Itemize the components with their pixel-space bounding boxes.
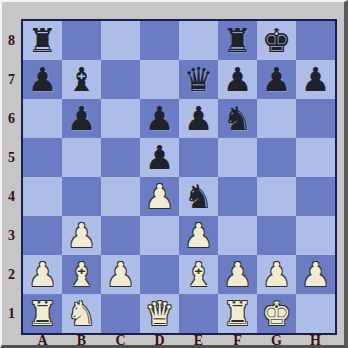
black-knight-e4[interactable]: ♞	[179, 177, 218, 216]
square-f2[interactable]: ♟	[218, 255, 257, 294]
square-h5[interactable]	[296, 138, 335, 177]
square-b3[interactable]: ♟	[62, 216, 101, 255]
square-c3[interactable]	[101, 216, 140, 255]
rank-label-8: 8	[2, 21, 21, 60]
square-g4[interactable]	[257, 177, 296, 216]
white-bishop-b2[interactable]: ♝	[62, 255, 101, 294]
square-f8[interactable]: ♜	[218, 21, 257, 60]
black-pawn-g7[interactable]: ♟	[257, 60, 296, 99]
square-b7[interactable]: ♝	[62, 60, 101, 99]
black-pawn-f7[interactable]: ♟	[218, 60, 257, 99]
white-queen-d1[interactable]: ♛	[140, 294, 179, 333]
black-rook-a8[interactable]: ♜	[23, 21, 62, 60]
square-b6[interactable]: ♟	[62, 99, 101, 138]
square-h4[interactable]	[296, 177, 335, 216]
square-d8[interactable]	[140, 21, 179, 60]
square-a2[interactable]: ♟	[23, 255, 62, 294]
square-a7[interactable]: ♟	[23, 60, 62, 99]
square-e4[interactable]: ♞	[179, 177, 218, 216]
black-pawn-h7[interactable]: ♟	[296, 60, 335, 99]
square-b5[interactable]	[62, 138, 101, 177]
square-g8[interactable]: ♚	[257, 21, 296, 60]
white-pawn-h2[interactable]: ♟	[296, 255, 335, 294]
file-label-a: A	[23, 334, 62, 348]
black-pawn-d6[interactable]: ♟	[140, 99, 179, 138]
square-a4[interactable]	[23, 177, 62, 216]
rank-label-2: 2	[2, 255, 21, 294]
square-f3[interactable]	[218, 216, 257, 255]
square-d1[interactable]: ♛	[140, 294, 179, 333]
chess-diagram-panel: 87654321 ♜♜♚♟♝♛♟♟♟♟♟♟♞♟♟♞♟♟♟♝♟♝♟♟♟♜♞♛♜♚ …	[0, 0, 348, 348]
square-b1[interactable]: ♞	[62, 294, 101, 333]
black-pawn-e6[interactable]: ♟	[179, 99, 218, 138]
file-label-h: H	[296, 334, 335, 348]
white-pawn-c2[interactable]: ♟	[101, 255, 140, 294]
square-h6[interactable]	[296, 99, 335, 138]
square-c5[interactable]	[101, 138, 140, 177]
black-pawn-b6[interactable]: ♟	[62, 99, 101, 138]
square-h7[interactable]: ♟	[296, 60, 335, 99]
square-c7[interactable]	[101, 60, 140, 99]
square-d7[interactable]	[140, 60, 179, 99]
square-h8[interactable]	[296, 21, 335, 60]
square-d6[interactable]: ♟	[140, 99, 179, 138]
rank-label-4: 4	[2, 177, 21, 216]
square-d5[interactable]: ♟	[140, 138, 179, 177]
square-f1[interactable]: ♜	[218, 294, 257, 333]
black-knight-f6[interactable]: ♞	[218, 99, 257, 138]
file-label-f: F	[218, 334, 257, 348]
square-f5[interactable]	[218, 138, 257, 177]
square-e6[interactable]: ♟	[179, 99, 218, 138]
square-b8[interactable]	[62, 21, 101, 60]
square-c4[interactable]	[101, 177, 140, 216]
square-a3[interactable]	[23, 216, 62, 255]
file-label-b: B	[62, 334, 101, 348]
white-pawn-f2[interactable]: ♟	[218, 255, 257, 294]
white-king-g1[interactable]: ♚	[257, 294, 296, 333]
square-a1[interactable]: ♜	[23, 294, 62, 333]
white-pawn-e3[interactable]: ♟	[179, 216, 218, 255]
file-label-e: E	[179, 334, 218, 348]
white-pawn-b3[interactable]: ♟	[62, 216, 101, 255]
black-king-g8[interactable]: ♚	[257, 21, 296, 60]
square-e3[interactable]: ♟	[179, 216, 218, 255]
square-g1[interactable]: ♚	[257, 294, 296, 333]
black-pawn-a7[interactable]: ♟	[23, 60, 62, 99]
rank-label-7: 7	[2, 60, 21, 99]
square-f6[interactable]: ♞	[218, 99, 257, 138]
rank-label-5: 5	[2, 138, 21, 177]
square-e7[interactable]: ♛	[179, 60, 218, 99]
square-g2[interactable]: ♟	[257, 255, 296, 294]
white-rook-a1[interactable]: ♜	[23, 294, 62, 333]
square-e5[interactable]	[179, 138, 218, 177]
rank-label-1: 1	[2, 294, 21, 333]
square-b4[interactable]	[62, 177, 101, 216]
black-pawn-d5[interactable]: ♟	[140, 138, 179, 177]
black-queen-e7[interactable]: ♛	[179, 60, 218, 99]
square-b2[interactable]: ♝	[62, 255, 101, 294]
white-pawn-d4[interactable]: ♟	[140, 177, 179, 216]
black-bishop-b7[interactable]: ♝	[62, 60, 101, 99]
file-label-c: C	[101, 334, 140, 348]
square-h2[interactable]: ♟	[296, 255, 335, 294]
file-labels: ABCDEFGH	[23, 334, 335, 348]
square-a8[interactable]: ♜	[23, 21, 62, 60]
rank-label-3: 3	[2, 216, 21, 255]
rank-labels: 87654321	[2, 21, 21, 333]
square-f7[interactable]: ♟	[218, 60, 257, 99]
square-g5[interactable]	[257, 138, 296, 177]
white-pawn-a2[interactable]: ♟	[23, 255, 62, 294]
square-g6[interactable]	[257, 99, 296, 138]
file-label-d: D	[140, 334, 179, 348]
white-pawn-g2[interactable]: ♟	[257, 255, 296, 294]
file-label-g: G	[257, 334, 296, 348]
square-c1[interactable]	[101, 294, 140, 333]
white-knight-b1[interactable]: ♞	[62, 294, 101, 333]
square-g3[interactable]	[257, 216, 296, 255]
square-e1[interactable]	[179, 294, 218, 333]
square-e8[interactable]	[179, 21, 218, 60]
square-e2[interactable]: ♝	[179, 255, 218, 294]
square-g7[interactable]: ♟	[257, 60, 296, 99]
chess-board[interactable]: ♜♜♚♟♝♛♟♟♟♟♟♟♞♟♟♞♟♟♟♝♟♝♟♟♟♜♞♛♜♚	[21, 19, 337, 335]
square-d4[interactable]: ♟	[140, 177, 179, 216]
square-c8[interactable]	[101, 21, 140, 60]
square-c2[interactable]: ♟	[101, 255, 140, 294]
white-bishop-e2[interactable]: ♝	[179, 255, 218, 294]
square-d2[interactable]	[140, 255, 179, 294]
rank-label-6: 6	[2, 99, 21, 138]
black-rook-f8[interactable]: ♜	[218, 21, 257, 60]
square-a5[interactable]	[23, 138, 62, 177]
square-d3[interactable]	[140, 216, 179, 255]
white-rook-f1[interactable]: ♜	[218, 294, 257, 333]
square-h1[interactable]	[296, 294, 335, 333]
square-h3[interactable]	[296, 216, 335, 255]
square-f4[interactable]	[218, 177, 257, 216]
square-a6[interactable]	[23, 99, 62, 138]
square-c6[interactable]	[101, 99, 140, 138]
